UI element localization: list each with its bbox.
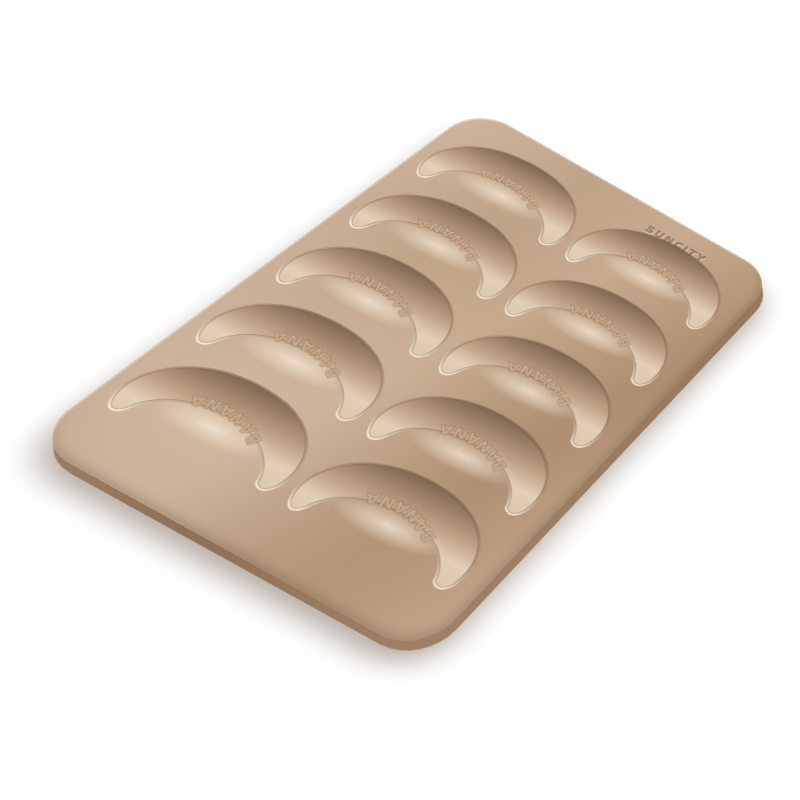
- banana-cavity-r5c2: BANANA: [282, 439, 510, 593]
- cavity-emboss-text: BANANA: [402, 211, 492, 267]
- banana-cavity-r2c1: BANANA: [345, 176, 543, 302]
- banana-cavity-r3c2: BANANA: [434, 315, 636, 451]
- cavity-rim: [362, 374, 576, 518]
- pan-face: SUNCITY: [0, 0, 800, 800]
- product-photo-scene: SUNCITY: [0, 0, 800, 800]
- cavity-rim: [271, 227, 481, 360]
- cavity-rim: [103, 344, 340, 495]
- cavity-highlight: [590, 245, 702, 313]
- banana-cavity-r2c2: BANANA: [500, 261, 691, 389]
- pan-side: [1, 10, 800, 800]
- cavity-shape: [345, 176, 543, 302]
- brand-embossing: SUNCITY: [642, 224, 709, 265]
- cavity-emboss-text: BANANA: [424, 415, 521, 478]
- cavity-shape: [561, 211, 742, 333]
- banana-cavity-r4c1: BANANA: [191, 283, 414, 425]
- cavity-rim: [412, 129, 600, 249]
- cavity-emboss-text: BANANA: [256, 322, 357, 385]
- cavity-emboss-text: BANANA: [613, 244, 696, 298]
- cavity-rim: [434, 315, 636, 451]
- cavity-highlight: [304, 265, 433, 339]
- cavity-emboss-text: BANANA: [172, 385, 279, 451]
- cavity-highlight: [318, 485, 458, 568]
- banana-cavity-r5c1: BANANA: [103, 344, 340, 495]
- cavity-rim: [561, 211, 742, 333]
- cavity-emboss-text: BANANA: [493, 353, 585, 413]
- banana-cavity-r1c2: BANANA: [561, 211, 742, 333]
- pan-face-sheen: [27, 107, 777, 657]
- cavity-highlight: [396, 417, 528, 496]
- cavity-shape: [362, 374, 576, 518]
- cavity-rim: [191, 283, 414, 425]
- cavity-emboss-text: BANANA: [467, 162, 553, 215]
- pan-face-shape: SUNCITY: [27, 107, 777, 657]
- pan-drop-shadow-shape: [29, 127, 779, 677]
- cavity-emboss-text: BANANA: [556, 296, 643, 353]
- cavity-grid: BANANA BANANA BANANA: [27, 107, 777, 657]
- banana-cavity-r3c1: BANANA: [271, 227, 481, 360]
- cavity-shape: [191, 283, 414, 425]
- cavity-shape: [500, 261, 691, 389]
- cavity-shape: [282, 439, 510, 593]
- cavity-shape: [412, 129, 600, 249]
- cavity-rim: [345, 176, 543, 302]
- pan-side-shape: [28, 117, 778, 667]
- cavity-highlight: [376, 211, 498, 281]
- banana-cavity-r1c1: BANANA: [412, 129, 600, 249]
- cavity-shape: [434, 315, 636, 451]
- cavity-highlight: [442, 162, 558, 229]
- cavity-emboss-text: BANANA: [332, 264, 427, 323]
- cavity-highlight: [531, 297, 649, 368]
- cavity-highlight: [140, 387, 285, 470]
- pan-drop-shadow: [2, 20, 800, 800]
- cavity-highlight: [226, 323, 362, 401]
- banana-cavity-r4c2: BANANA: [362, 374, 576, 518]
- cavity-shape: [103, 344, 340, 495]
- cavity-emboss-text: BANANA: [349, 482, 452, 549]
- cavity-rim: [500, 261, 691, 389]
- cavity-shape: [271, 227, 481, 360]
- cavity-rim: [282, 439, 510, 593]
- cavity-highlight: [466, 355, 590, 430]
